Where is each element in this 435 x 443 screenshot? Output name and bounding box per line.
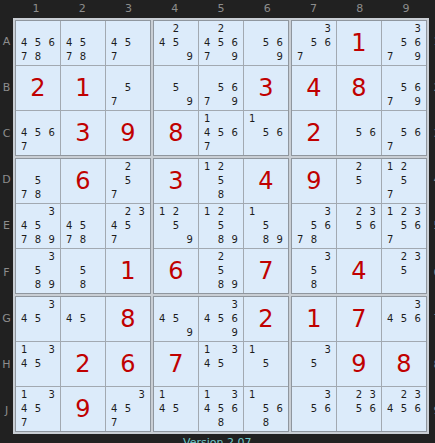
candidate-7: 7 <box>21 52 27 62</box>
cell-J4[interactable]: 145 <box>154 387 198 431</box>
candidate-6: 6 <box>415 83 421 93</box>
candidates-J9: 23456 <box>382 387 426 431</box>
candidate-2: 2 <box>218 162 224 172</box>
candidates-E4: 1259 <box>154 204 198 248</box>
candidates-A5: 245679 <box>199 21 243 65</box>
row-label-A: A <box>0 18 13 64</box>
candidate-5: 5 <box>35 266 41 276</box>
cell-G8[interactable]: 7 <box>337 297 381 341</box>
col-label-5: 5 <box>198 0 244 17</box>
candidate-3: 3 <box>415 300 421 310</box>
cell-A6[interactable]: 569 <box>244 21 288 65</box>
candidate-9: 9 <box>232 235 238 245</box>
cell-F1[interactable]: 3589 <box>16 249 60 293</box>
row-label-right-1: 1 <box>431 18 435 64</box>
candidate-6: 6 <box>415 221 421 231</box>
candidates-F2: 58 <box>61 249 105 293</box>
candidate-5: 5 <box>125 404 131 414</box>
candidate-7: 7 <box>111 97 117 107</box>
candidate-6: 6 <box>49 38 55 48</box>
candidate-2: 2 <box>356 390 362 400</box>
candidate-7: 7 <box>111 190 117 200</box>
cell-E9[interactable]: 123567 <box>382 204 426 248</box>
candidate-5: 5 <box>35 359 41 369</box>
cell-J1[interactable]: 13457 <box>16 387 60 431</box>
cell-B4[interactable]: 59 <box>154 66 198 110</box>
candidate-4: 4 <box>66 221 72 231</box>
candidate-2: 2 <box>401 162 407 172</box>
candidates-D5: 1258 <box>199 159 243 203</box>
cell-F6[interactable]: 7 <box>244 249 288 293</box>
candidates-F5: 2589 <box>199 249 243 293</box>
candidate-2: 2 <box>218 24 224 34</box>
cell-G1[interactable]: 345 <box>16 297 60 341</box>
cell-E5[interactable]: 12589 <box>199 204 243 248</box>
row-label-right-4: 4 <box>431 157 435 203</box>
candidate-5: 5 <box>80 314 86 324</box>
cell-H7[interactable]: 35 <box>292 342 336 386</box>
box-4: 57862573457894578234573589581 <box>15 158 151 294</box>
col-label-1: 1 <box>13 0 59 17</box>
candidates-J6: 1568 <box>244 387 288 431</box>
cell-H6[interactable]: 15 <box>244 342 288 386</box>
cell-A3[interactable]: 457 <box>106 21 150 65</box>
candidates-G4: 459 <box>154 297 198 341</box>
candidate-5: 5 <box>80 221 86 231</box>
cell-C9[interactable]: 567 <box>382 111 426 155</box>
candidates-C6: 156 <box>244 111 288 155</box>
cell-F2[interactable]: 58 <box>61 249 105 293</box>
candidate-6: 6 <box>277 128 283 138</box>
candidate-9: 9 <box>187 52 193 62</box>
candidate-8: 8 <box>263 418 269 428</box>
candidate-6: 6 <box>415 38 421 48</box>
candidate-5: 5 <box>125 176 131 186</box>
candidates-J4: 145 <box>154 387 198 431</box>
candidate-8: 8 <box>80 52 86 62</box>
candidate-9: 9 <box>415 52 421 62</box>
candidate-3: 3 <box>415 252 421 262</box>
cell-A7[interactable]: 3567 <box>292 21 336 65</box>
candidates-B3: 57 <box>106 66 150 110</box>
candidate-8: 8 <box>218 280 224 290</box>
candidate-1: 1 <box>204 162 210 172</box>
candidate-7: 7 <box>204 52 210 62</box>
candidate-8: 8 <box>35 190 41 200</box>
cell-E1[interactable]: 345789 <box>16 204 60 248</box>
candidate-5: 5 <box>401 266 407 276</box>
cell-J9[interactable]: 23456 <box>382 387 426 431</box>
candidate-4: 4 <box>111 221 117 231</box>
cell-C2[interactable]: 3 <box>61 111 105 155</box>
candidate-4: 4 <box>159 38 165 48</box>
candidate-4: 4 <box>111 404 117 414</box>
cell-J8[interactable]: 2356 <box>337 387 381 431</box>
candidate-7: 7 <box>21 142 27 152</box>
candidate-5: 5 <box>263 404 269 414</box>
candidate-5: 5 <box>125 38 131 48</box>
candidates-H7: 35 <box>292 342 336 386</box>
candidates-J8: 2356 <box>337 387 381 431</box>
candidates-F9: 235 <box>382 249 426 293</box>
candidate-4: 4 <box>111 38 117 48</box>
cell-D4[interactable]: 3 <box>154 159 198 203</box>
cell-C4[interactable]: 8 <box>154 111 198 155</box>
box-3: 3567135679485679256567 <box>291 20 427 156</box>
cell-A2[interactable]: 4578 <box>61 21 105 65</box>
candidate-7: 7 <box>111 418 117 428</box>
candidate-5: 5 <box>263 38 269 48</box>
candidates-F1: 3589 <box>16 249 60 293</box>
cell-F4[interactable]: 6 <box>154 249 198 293</box>
candidate-1: 1 <box>204 390 210 400</box>
candidate-5: 5 <box>311 404 317 414</box>
candidate-7: 7 <box>111 235 117 245</box>
box-6: 92512573567823561235673584235 <box>291 158 427 294</box>
candidate-1: 1 <box>159 390 165 400</box>
candidate-5: 5 <box>173 38 179 48</box>
candidate-5: 5 <box>401 314 407 324</box>
candidate-1: 1 <box>159 207 165 217</box>
candidates-C5: 14567 <box>199 111 243 155</box>
candidate-1: 1 <box>387 207 393 217</box>
candidate-5: 5 <box>311 38 317 48</box>
candidate-5: 5 <box>218 221 224 231</box>
cell-B1[interactable]: 2 <box>16 66 60 110</box>
box-8: 45934569271345151451345681568 <box>153 296 289 432</box>
cell-B7[interactable]: 4 <box>292 66 336 110</box>
candidate-6: 6 <box>325 404 331 414</box>
cell-E7[interactable]: 35678 <box>292 204 336 248</box>
cell-J3[interactable]: 3457 <box>106 387 150 431</box>
cell-G7[interactable]: 1 <box>292 297 336 341</box>
candidate-3: 3 <box>49 390 55 400</box>
row-label-G: G <box>0 295 13 341</box>
cell-H2[interactable]: 2 <box>61 342 105 386</box>
candidate-6: 6 <box>277 404 283 414</box>
candidates-F7: 358 <box>292 249 336 293</box>
candidate-6: 6 <box>370 128 376 138</box>
row-label-right-7: 7 <box>431 295 435 341</box>
candidates-A9: 35679 <box>382 21 426 65</box>
candidate-2: 2 <box>218 207 224 217</box>
cell-B8[interactable]: 8 <box>337 66 381 110</box>
candidates-C1: 4567 <box>16 111 60 155</box>
candidate-7: 7 <box>66 52 72 62</box>
candidate-9: 9 <box>232 52 238 62</box>
candidates-D9: 1257 <box>382 159 426 203</box>
candidate-2: 2 <box>125 207 131 217</box>
cell-B2[interactable]: 1 <box>61 66 105 110</box>
col-label-7: 7 <box>290 0 336 17</box>
candidate-4: 4 <box>387 404 393 414</box>
cell-F5[interactable]: 2589 <box>199 249 243 293</box>
cell-F3[interactable]: 1 <box>106 249 150 293</box>
candidate-1: 1 <box>204 345 210 355</box>
row-label-right-8: 8 <box>431 342 435 388</box>
cell-C1[interactable]: 4567 <box>16 111 60 155</box>
candidate-5: 5 <box>125 83 131 93</box>
col-label-3: 3 <box>105 0 151 17</box>
cell-H8[interactable]: 9 <box>337 342 381 386</box>
candidate-5: 5 <box>401 221 407 231</box>
cell-F8[interactable]: 4 <box>337 249 381 293</box>
candidate-2: 2 <box>173 207 179 217</box>
candidate-8: 8 <box>218 235 224 245</box>
candidates-H5: 1345 <box>199 342 243 386</box>
cell-C7[interactable]: 2 <box>292 111 336 155</box>
cell-B6[interactable]: 3 <box>244 66 288 110</box>
candidate-7: 7 <box>21 418 27 428</box>
cell-C3[interactable]: 9 <box>106 111 150 155</box>
candidate-3: 3 <box>325 24 331 34</box>
cell-E2[interactable]: 4578 <box>61 204 105 248</box>
candidates-D8: 25 <box>337 159 381 203</box>
candidate-5: 5 <box>311 359 317 369</box>
candidates-J5: 134568 <box>199 387 243 431</box>
cell-D2[interactable]: 6 <box>61 159 105 203</box>
candidate-7: 7 <box>21 235 27 245</box>
candidate-6: 6 <box>325 38 331 48</box>
candidate-7: 7 <box>297 235 303 245</box>
cell-D8[interactable]: 25 <box>337 159 381 203</box>
cell-D3[interactable]: 257 <box>106 159 150 203</box>
candidate-3: 3 <box>139 390 145 400</box>
candidate-6: 6 <box>325 221 331 231</box>
candidate-7: 7 <box>297 52 303 62</box>
candidates-D3: 257 <box>106 159 150 203</box>
candidate-3: 3 <box>415 390 421 400</box>
candidate-6: 6 <box>415 314 421 324</box>
candidates-G5: 34569 <box>199 297 243 341</box>
candidate-7: 7 <box>387 52 393 62</box>
candidate-2: 2 <box>401 390 407 400</box>
candidate-5: 5 <box>80 266 86 276</box>
candidate-5: 5 <box>263 221 269 231</box>
candidate-4: 4 <box>204 128 210 138</box>
candidate-6: 6 <box>415 404 421 414</box>
candidate-8: 8 <box>80 235 86 245</box>
row-label-F: F <box>0 249 13 295</box>
candidate-5: 5 <box>173 404 179 414</box>
candidate-2: 2 <box>356 207 362 217</box>
cell-A8[interactable]: 1 <box>337 21 381 65</box>
candidate-6: 6 <box>49 128 55 138</box>
candidate-4: 4 <box>159 404 165 414</box>
candidate-5: 5 <box>401 176 407 186</box>
candidate-5: 5 <box>35 314 41 324</box>
candidates-A1: 45678 <box>16 21 60 65</box>
candidate-5: 5 <box>218 176 224 186</box>
candidate-8: 8 <box>218 190 224 200</box>
candidate-2: 2 <box>401 207 407 217</box>
cell-B5[interactable]: 5679 <box>199 66 243 110</box>
candidate-5: 5 <box>311 221 317 231</box>
candidate-2: 2 <box>401 252 407 262</box>
candidate-9: 9 <box>232 97 238 107</box>
candidate-3: 3 <box>49 345 55 355</box>
candidate-5: 5 <box>35 38 41 48</box>
cell-H9[interactable]: 8 <box>382 342 426 386</box>
candidate-8: 8 <box>35 235 41 245</box>
candidate-3: 3 <box>139 207 145 217</box>
candidate-1: 1 <box>249 390 255 400</box>
candidate-9: 9 <box>232 280 238 290</box>
cell-C6[interactable]: 156 <box>244 111 288 155</box>
candidate-5: 5 <box>356 176 362 186</box>
candidate-8: 8 <box>218 418 224 428</box>
cell-J5[interactable]: 134568 <box>199 387 243 431</box>
candidates-E1: 345789 <box>16 204 60 248</box>
candidate-5: 5 <box>35 404 41 414</box>
cell-C5[interactable]: 14567 <box>199 111 243 155</box>
row-label-right-5: 5 <box>431 203 435 249</box>
candidate-5: 5 <box>173 314 179 324</box>
candidates-C8: 56 <box>337 111 381 155</box>
row-labels-right: 123456789 <box>431 18 435 434</box>
candidates-B9: 5679 <box>382 66 426 110</box>
candidate-4: 4 <box>159 314 165 324</box>
cell-G3[interactable]: 8 <box>106 297 150 341</box>
cell-D5[interactable]: 1258 <box>199 159 243 203</box>
cell-F7[interactable]: 358 <box>292 249 336 293</box>
candidate-7: 7 <box>21 190 27 200</box>
candidate-3: 3 <box>415 24 421 34</box>
cell-G9[interactable]: 3456 <box>382 297 426 341</box>
row-label-right-9: 9 <box>431 388 435 434</box>
candidate-4: 4 <box>204 314 210 324</box>
candidates-C9: 567 <box>382 111 426 155</box>
candidate-3: 3 <box>415 207 421 217</box>
cell-D7[interactable]: 9 <box>292 159 336 203</box>
cell-C8[interactable]: 56 <box>337 111 381 155</box>
candidate-3: 3 <box>370 207 376 217</box>
candidate-4: 4 <box>21 314 27 324</box>
candidate-1: 1 <box>387 162 393 172</box>
row-label-right-2: 2 <box>431 64 435 110</box>
cell-D6[interactable]: 4 <box>244 159 288 203</box>
cell-A4[interactable]: 2459 <box>154 21 198 65</box>
row-label-right-6: 6 <box>431 249 435 295</box>
cell-J2[interactable]: 9 <box>61 387 105 431</box>
candidate-6: 6 <box>232 128 238 138</box>
candidate-5: 5 <box>401 128 407 138</box>
candidate-5: 5 <box>311 266 317 276</box>
version-text: Version 2.07 <box>183 437 251 443</box>
row-label-E: E <box>0 203 13 249</box>
row-label-B: B <box>0 64 13 110</box>
candidates-E9: 123567 <box>382 204 426 248</box>
candidate-3: 3 <box>325 345 331 355</box>
candidates-H6: 15 <box>244 342 288 386</box>
cell-B9[interactable]: 5679 <box>382 66 426 110</box>
candidate-5: 5 <box>218 83 224 93</box>
cell-H5[interactable]: 1345 <box>199 342 243 386</box>
cell-E4[interactable]: 1259 <box>154 204 198 248</box>
candidate-5: 5 <box>218 266 224 276</box>
candidate-5: 5 <box>356 128 362 138</box>
candidate-3: 3 <box>232 345 238 355</box>
candidate-4: 4 <box>66 38 72 48</box>
cell-E3[interactable]: 23457 <box>106 204 150 248</box>
cell-J6[interactable]: 1568 <box>244 387 288 431</box>
candidate-6: 6 <box>232 38 238 48</box>
candidate-5: 5 <box>173 221 179 231</box>
candidate-9: 9 <box>49 280 55 290</box>
candidate-9: 9 <box>187 328 193 338</box>
candidate-5: 5 <box>356 404 362 414</box>
cell-A9[interactable]: 35679 <box>382 21 426 65</box>
candidates-H1: 1345 <box>16 342 60 386</box>
box-2: 24592456795695956793814567156 <box>153 20 289 156</box>
candidates-A7: 3567 <box>292 21 336 65</box>
candidate-9: 9 <box>277 52 283 62</box>
cell-E8[interactable]: 2356 <box>337 204 381 248</box>
sudoku-app: { "game": "sudoku", "app": "candidate-gr… <box>0 0 435 443</box>
cell-G5[interactable]: 34569 <box>199 297 243 341</box>
candidate-5: 5 <box>35 176 41 186</box>
cell-D1[interactable]: 578 <box>16 159 60 203</box>
row-label-J: J <box>0 388 13 434</box>
cell-H3[interactable]: 6 <box>106 342 150 386</box>
candidate-5: 5 <box>218 314 224 324</box>
candidates-J7: 356 <box>292 387 336 431</box>
candidates-A4: 2459 <box>154 21 198 65</box>
candidate-5: 5 <box>80 38 86 48</box>
candidate-5: 5 <box>173 83 179 93</box>
candidate-9: 9 <box>415 97 421 107</box>
candidate-5: 5 <box>401 38 407 48</box>
candidates-J1: 13457 <box>16 387 60 431</box>
cell-A1[interactable]: 45678 <box>16 21 60 65</box>
cell-D9[interactable]: 1257 <box>382 159 426 203</box>
candidate-5: 5 <box>125 221 131 231</box>
candidate-8: 8 <box>80 280 86 290</box>
candidate-5: 5 <box>218 404 224 414</box>
cell-G6[interactable]: 2 <box>244 297 288 341</box>
candidate-4: 4 <box>21 128 27 138</box>
candidates-E8: 2356 <box>337 204 381 248</box>
candidates-E3: 23457 <box>106 204 150 248</box>
cell-G2[interactable]: 45 <box>61 297 105 341</box>
candidate-9: 9 <box>187 97 193 107</box>
candidate-5: 5 <box>401 404 407 414</box>
candidate-9: 9 <box>49 235 55 245</box>
cell-E6[interactable]: 1589 <box>244 204 288 248</box>
candidate-4: 4 <box>21 404 27 414</box>
row-label-D: D <box>0 157 13 203</box>
cell-A5[interactable]: 245679 <box>199 21 243 65</box>
candidate-2: 2 <box>173 24 179 34</box>
row-label-right-3: 3 <box>431 110 435 156</box>
candidates-B5: 5679 <box>199 66 243 110</box>
candidate-4: 4 <box>21 38 27 48</box>
candidates-A6: 569 <box>244 21 288 65</box>
cell-J7[interactable]: 356 <box>292 387 336 431</box>
cell-B3[interactable]: 57 <box>106 66 150 110</box>
candidate-4: 4 <box>387 314 393 324</box>
cell-H4[interactable]: 7 <box>154 342 198 386</box>
candidate-7: 7 <box>204 97 210 107</box>
row-labels-left: ABCDEFGHJ <box>0 18 13 434</box>
cell-F9[interactable]: 235 <box>382 249 426 293</box>
candidate-5: 5 <box>263 128 269 138</box>
cell-H1[interactable]: 1345 <box>16 342 60 386</box>
candidates-E7: 35678 <box>292 204 336 248</box>
sudoku-board: 4567845784572157456739245924567956959567… <box>13 18 429 434</box>
box-5: 3125841259125891589625897 <box>153 158 289 294</box>
cell-G4[interactable]: 459 <box>154 297 198 341</box>
